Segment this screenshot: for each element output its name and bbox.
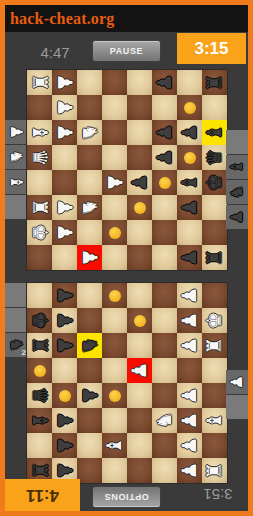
white-pawn: ♟	[127, 358, 152, 383]
white-knight: ♞	[4, 146, 28, 168]
square-r4c4[interactable]	[102, 358, 127, 383]
square-r1c8[interactable]: ♜	[202, 70, 227, 95]
square-r2c6[interactable]	[152, 95, 177, 120]
square-r2c7[interactable]: ♟	[177, 308, 202, 333]
square-r6c2[interactable]: ♟	[52, 195, 77, 220]
black-queen: ♛	[202, 145, 227, 170]
white-knight: ♞	[77, 120, 102, 145]
black-pawn: ♟	[77, 383, 102, 408]
legal-move-dot[interactable]	[59, 390, 71, 402]
square-r4c3[interactable]	[77, 358, 102, 383]
square-r7c6[interactable]	[152, 220, 177, 245]
white-bishop: ♝	[102, 433, 127, 458]
white-pawn: ♟	[52, 70, 77, 95]
white-rook: ♜	[202, 333, 227, 358]
reserve-slot[interactable]: ♟	[226, 205, 248, 229]
square-r1c7[interactable]	[177, 70, 202, 95]
reserve-slot[interactable]: ♞2	[5, 333, 27, 357]
square-r3c3[interactable]: ♞	[77, 120, 102, 145]
legal-move-dot[interactable]	[34, 365, 46, 377]
square-r6c8[interactable]: ♝	[202, 408, 227, 433]
reserve-slot[interactable]: ♟	[226, 370, 248, 394]
square-r8c3[interactable]: ♟	[77, 245, 102, 270]
white-pawn: ♟	[77, 245, 102, 270]
white-pawn: ♟	[52, 95, 77, 120]
square-r7c1[interactable]: ♚	[27, 220, 52, 245]
square-r4c1[interactable]: ♛	[27, 145, 52, 170]
white-pawn: ♟	[4, 121, 28, 143]
square-r4c2[interactable]	[52, 358, 77, 383]
reserve-slot-empty	[226, 395, 248, 419]
square-r7c4[interactable]: ♝	[102, 433, 127, 458]
square-r3c8[interactable]: ♜	[202, 333, 227, 358]
white-pawn: ♟	[52, 120, 77, 145]
board-top: ♜♟♟♜♟♝♟♞♟♟♝♛♟♛♟♟♝♚♜♟♞♟♚♟♟♟♜	[27, 70, 227, 270]
square-r4c4[interactable]	[102, 145, 127, 170]
black-pawn: ♟	[52, 333, 77, 358]
square-r3c6[interactable]: ♟	[152, 120, 177, 145]
square-r1c6[interactable]: ♟	[152, 70, 177, 95]
legal-move-dot[interactable]	[109, 227, 121, 239]
black-rook: ♜	[27, 458, 52, 483]
white-pawn: ♟	[177, 408, 202, 433]
square-r5c7[interactable]: ♝	[177, 170, 202, 195]
square-r5c4[interactable]	[102, 383, 127, 408]
app-background: hack-cheat.org 4:47 PAUSE 3:15 ♟♞♝ ♜♟♟♜♟…	[5, 5, 248, 511]
black-pawn: ♟	[225, 206, 249, 228]
clock-bottom-black-active: 4:11	[5, 479, 80, 511]
white-knight: ♞	[77, 195, 102, 220]
square-r4c5[interactable]	[127, 145, 152, 170]
white-pawn: ♟	[177, 383, 202, 408]
square-r6c7[interactable]: ♟	[177, 408, 202, 433]
square-r4c2[interactable]	[52, 145, 77, 170]
reserve-tray-bottom-left: ♞2	[5, 283, 27, 357]
square-r4c1[interactable]	[27, 358, 52, 383]
white-pawn: ♟	[52, 195, 77, 220]
white-bishop: ♝	[202, 408, 227, 433]
square-r3c6[interactable]	[152, 333, 177, 358]
white-pawn: ♟	[52, 220, 77, 245]
square-r7c2[interactable]: ♟	[52, 433, 77, 458]
reserve-slot[interactable]: ♞	[5, 145, 27, 169]
square-r7c8[interactable]	[202, 433, 227, 458]
reserve-tray-top-left: ♟♞♝	[5, 120, 27, 219]
square-r8c6[interactable]	[152, 458, 177, 483]
black-rook: ♜	[27, 333, 52, 358]
square-r5c7[interactable]: ♟	[177, 383, 202, 408]
ad-banner[interactable]: hack-cheat.org	[5, 5, 248, 32]
square-r7c1[interactable]	[27, 433, 52, 458]
black-pawn: ♟	[52, 308, 77, 333]
square-r2c8[interactable]: ♚	[202, 308, 227, 333]
white-pawn: ♟	[177, 433, 202, 458]
square-r3c1[interactable]: ♝	[27, 120, 52, 145]
square-r7c3[interactable]	[77, 220, 102, 245]
white-knight: ♞	[152, 408, 177, 433]
square-r8c2[interactable]	[52, 245, 77, 270]
square-r4c5[interactable]: ♟	[127, 358, 152, 383]
square-r8c4[interactable]	[102, 245, 127, 270]
square-r8c1[interactable]	[27, 245, 52, 270]
legal-move-dot[interactable]	[109, 290, 121, 302]
legal-move-dot[interactable]	[184, 102, 196, 114]
square-r1c1[interactable]: ♜	[27, 70, 52, 95]
black-rook: ♜	[202, 245, 227, 270]
black-king: ♚	[202, 170, 227, 195]
square-r5c6[interactable]	[152, 170, 177, 195]
reserve-slot[interactable]: ♞	[226, 180, 248, 204]
square-r7c5[interactable]	[127, 433, 152, 458]
square-r6c7[interactable]: ♟	[177, 195, 202, 220]
square-r3c5[interactable]	[127, 120, 152, 145]
square-r7c7[interactable]: ♟	[177, 433, 202, 458]
white-king: ♚	[27, 220, 52, 245]
square-r1c5[interactable]	[127, 70, 152, 95]
square-r1c5[interactable]	[127, 283, 152, 308]
white-pawn: ♟	[102, 170, 127, 195]
square-r8c8[interactable]: ♜	[202, 245, 227, 270]
square-r8c3[interactable]	[77, 458, 102, 483]
reserve-slot-empty	[226, 130, 248, 154]
square-r5c5[interactable]	[127, 383, 152, 408]
square-r3c8[interactable]: ♝	[202, 120, 227, 145]
black-pawn: ♟	[127, 170, 152, 195]
white-rook: ♜	[27, 195, 52, 220]
square-r4c8[interactable]: ♛	[202, 145, 227, 170]
square-r7c6[interactable]	[152, 433, 177, 458]
black-bishop: ♝	[225, 156, 249, 178]
square-r5c1[interactable]	[27, 170, 52, 195]
square-r2c7[interactable]	[177, 95, 202, 120]
square-r3c7[interactable]: ♟	[177, 120, 202, 145]
square-r2c5[interactable]	[127, 95, 152, 120]
clock-bottom-white: 3:51	[188, 484, 248, 506]
square-r7c5[interactable]	[127, 220, 152, 245]
app-frame: hack-cheat.org 4:47 PAUSE 3:15 ♟♞♝ ♜♟♟♜♟…	[0, 0, 253, 516]
square-r5c3[interactable]	[77, 170, 102, 195]
white-queen: ♛	[27, 145, 52, 170]
reserve-slot-empty	[5, 283, 27, 307]
legal-move-dot[interactable]	[159, 177, 171, 189]
white-bishop: ♝	[27, 120, 52, 145]
black-pawn: ♟	[52, 458, 77, 483]
square-r1c7[interactable]: ♟	[177, 283, 202, 308]
square-r3c5[interactable]	[127, 333, 152, 358]
reserve-tray-top-right: ♝♞♟	[226, 130, 248, 229]
square-r8c5[interactable]	[127, 458, 152, 483]
square-r8c8[interactable]: ♜	[202, 458, 227, 483]
square-r6c1[interactable]: ♜	[27, 195, 52, 220]
options-button[interactable]: OPTIONS	[92, 486, 161, 508]
square-r6c6[interactable]	[152, 195, 177, 220]
square-r7c8[interactable]	[202, 220, 227, 245]
black-pawn: ♟	[152, 145, 177, 170]
reserve-slot-empty	[5, 308, 27, 332]
reserve-slot-empty	[5, 195, 27, 219]
square-r1c2[interactable]: ♟	[52, 70, 77, 95]
black-pawn: ♟	[152, 120, 177, 145]
black-queen: ♛	[27, 383, 52, 408]
square-r8c5[interactable]	[127, 245, 152, 270]
black-bishop: ♝	[202, 120, 227, 145]
pause-button[interactable]: PAUSE	[92, 40, 161, 62]
square-r3c4[interactable]	[102, 120, 127, 145]
white-rook: ♜	[202, 458, 227, 483]
white-bishop: ♝	[4, 171, 28, 193]
square-r3c3[interactable]: ♞	[77, 333, 102, 358]
square-r8c7[interactable]: ♟	[177, 458, 202, 483]
square-r4c8[interactable]	[202, 358, 227, 383]
square-r3c2[interactable]: ♟	[52, 120, 77, 145]
square-r2c1[interactable]	[27, 95, 52, 120]
square-r2c2[interactable]: ♟	[52, 95, 77, 120]
square-r8c6[interactable]	[152, 245, 177, 270]
square-r6c8[interactable]	[202, 195, 227, 220]
black-rook: ♜	[202, 70, 227, 95]
square-r5c1[interactable]: ♛	[27, 383, 52, 408]
square-r5c6[interactable]	[152, 383, 177, 408]
square-r4c7[interactable]	[177, 145, 202, 170]
square-r8c1[interactable]: ♜	[27, 458, 52, 483]
legal-move-dot[interactable]	[134, 315, 146, 327]
square-r2c3[interactable]	[77, 95, 102, 120]
white-pawn: ♟	[177, 283, 202, 308]
square-r2c4[interactable]	[102, 308, 127, 333]
black-pawn: ♟	[52, 283, 77, 308]
square-r2c6[interactable]	[152, 308, 177, 333]
banner-text: hack-cheat.org	[5, 10, 115, 28]
square-r1c4[interactable]	[102, 70, 127, 95]
square-r5c5[interactable]: ♟	[127, 170, 152, 195]
white-pawn: ♟	[225, 371, 249, 393]
square-r7c3[interactable]	[77, 433, 102, 458]
black-bishop: ♝	[27, 408, 52, 433]
white-king: ♚	[202, 308, 227, 333]
reserve-slot[interactable]: ♟	[5, 120, 27, 144]
square-r6c3[interactable]	[77, 408, 102, 433]
square-r4c6[interactable]	[152, 358, 177, 383]
square-r8c4[interactable]	[102, 458, 127, 483]
square-r5c2[interactable]	[52, 170, 77, 195]
clock-top-white: 4:47	[25, 41, 85, 63]
white-pawn: ♟	[177, 333, 202, 358]
square-r1c3[interactable]	[77, 70, 102, 95]
square-r8c2[interactable]: ♟	[52, 458, 77, 483]
square-r1c8[interactable]	[202, 283, 227, 308]
square-r4c6[interactable]: ♟	[152, 145, 177, 170]
square-r5c8[interactable]	[202, 383, 227, 408]
square-r5c4[interactable]: ♟	[102, 170, 127, 195]
clock-top-black-active: 3:15	[177, 33, 246, 64]
black-pawn: ♟	[152, 70, 177, 95]
legal-move-dot[interactable]	[134, 202, 146, 214]
legal-move-dot[interactable]	[109, 390, 121, 402]
square-r2c3[interactable]	[77, 308, 102, 333]
square-r1c6[interactable]	[152, 283, 177, 308]
square-r6c3[interactable]: ♞	[77, 195, 102, 220]
square-r2c2[interactable]: ♟	[52, 308, 77, 333]
black-knight: ♞	[77, 333, 102, 358]
square-r1c2[interactable]: ♟	[52, 283, 77, 308]
black-pawn: ♟	[52, 408, 77, 433]
square-r6c2[interactable]: ♟	[52, 408, 77, 433]
square-r7c2[interactable]: ♟	[52, 220, 77, 245]
black-king: ♚	[27, 308, 52, 333]
black-pawn: ♟	[177, 195, 202, 220]
white-pawn: ♟	[177, 458, 202, 483]
black-pawn: ♟	[177, 120, 202, 145]
square-r5c3[interactable]: ♟	[77, 383, 102, 408]
square-r5c8[interactable]: ♚	[202, 170, 227, 195]
reserve-tray-bottom-right: ♟	[226, 370, 248, 419]
board-bottom: ♟♟♚♟♟♚♜♟♞♟♜♟♛♟♟♝♟♞♟♝♟♝♟♜♟♟♜	[27, 283, 227, 483]
square-r2c8[interactable]	[202, 95, 227, 120]
square-r4c7[interactable]	[177, 358, 202, 383]
square-r6c5[interactable]	[127, 408, 152, 433]
square-r2c4[interactable]	[102, 95, 127, 120]
square-r3c1[interactable]: ♜	[27, 333, 52, 358]
square-r5c2[interactable]	[52, 383, 77, 408]
square-r6c5[interactable]	[127, 195, 152, 220]
square-r7c4[interactable]	[102, 220, 127, 245]
square-r3c4[interactable]	[102, 333, 127, 358]
square-r3c2[interactable]: ♟	[52, 333, 77, 358]
legal-move-dot[interactable]	[184, 152, 196, 164]
square-r8c7[interactable]: ♟	[177, 245, 202, 270]
black-bishop: ♝	[177, 170, 202, 195]
square-r6c1[interactable]: ♝	[27, 408, 52, 433]
square-r4c3[interactable]	[77, 145, 102, 170]
reserve-slot[interactable]: ♝	[5, 170, 27, 194]
black-pawn: ♟	[177, 245, 202, 270]
square-r1c4[interactable]	[102, 283, 127, 308]
square-r2c5[interactable]	[127, 308, 152, 333]
square-r6c4[interactable]	[102, 408, 127, 433]
square-r2c1[interactable]: ♚	[27, 308, 52, 333]
square-r7c7[interactable]	[177, 220, 202, 245]
black-knight: ♞	[225, 181, 249, 203]
square-r6c6[interactable]: ♞	[152, 408, 177, 433]
square-r3c7[interactable]: ♟	[177, 333, 202, 358]
square-r1c3[interactable]	[77, 283, 102, 308]
white-rook: ♜	[27, 70, 52, 95]
square-r6c4[interactable]	[102, 195, 127, 220]
black-pawn: ♟	[52, 433, 77, 458]
square-r1c1[interactable]	[27, 283, 52, 308]
reserve-count-badge: 2	[22, 348, 26, 357]
white-pawn: ♟	[177, 308, 202, 333]
reserve-slot[interactable]: ♝	[226, 155, 248, 179]
